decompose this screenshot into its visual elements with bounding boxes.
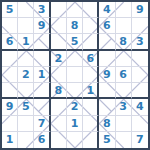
cell-r6c2[interactable]	[18, 83, 34, 99]
cell-r2c2[interactable]	[18, 18, 34, 34]
cell-r2c9[interactable]	[132, 18, 148, 34]
cell-r8c7[interactable]: 8	[99, 116, 115, 132]
cell-r6c6[interactable]: 1	[83, 83, 99, 99]
cell-r8c3[interactable]: 7	[34, 116, 50, 132]
cell-r8c1[interactable]	[2, 116, 18, 132]
cell-r9c9[interactable]: 7	[132, 132, 148, 148]
cell-r9c3[interactable]: 6	[34, 132, 50, 148]
cell-r4c7[interactable]	[99, 51, 115, 67]
cell-r4c6[interactable]: 6	[83, 51, 99, 67]
cell-r8c9[interactable]	[132, 116, 148, 132]
cell-r9c7[interactable]: 5	[99, 132, 115, 148]
cell-r1c8[interactable]	[116, 2, 132, 18]
cell-r7c9[interactable]: 4	[132, 99, 148, 115]
cell-r3c6[interactable]	[83, 34, 99, 50]
cell-r8c8[interactable]	[116, 116, 132, 132]
cell-r1c1[interactable]: 5	[2, 2, 18, 18]
cell-r2c5[interactable]: 8	[67, 18, 83, 34]
cell-r4c4[interactable]: 2	[51, 51, 67, 67]
cell-r2c3[interactable]: 9	[34, 18, 50, 34]
cell-r3c7[interactable]	[99, 34, 115, 50]
cell-r1c7[interactable]: 4	[99, 2, 115, 18]
cell-r9c5[interactable]	[67, 132, 83, 148]
cell-r2c1[interactable]	[2, 18, 18, 34]
cell-r7c7[interactable]	[99, 99, 115, 115]
cell-r2c6[interactable]	[83, 18, 99, 34]
cell-r5c7[interactable]: 9	[99, 67, 115, 83]
cell-r4c8[interactable]	[116, 51, 132, 67]
cell-r8c5[interactable]: 1	[67, 116, 83, 132]
cell-r3c3[interactable]	[34, 34, 50, 50]
cell-r8c6[interactable]	[83, 116, 99, 132]
cell-r3c8[interactable]: 8	[116, 34, 132, 50]
cell-r4c1[interactable]	[2, 51, 18, 67]
cell-r5c3[interactable]: 1	[34, 67, 50, 83]
cell-r7c1[interactable]: 9	[2, 99, 18, 115]
cell-r6c9[interactable]	[132, 83, 148, 99]
cell-r8c4[interactable]	[51, 116, 67, 132]
cell-r1c9[interactable]: 9	[132, 2, 148, 18]
cell-r4c2[interactable]	[18, 51, 34, 67]
cell-r5c9[interactable]	[132, 67, 148, 83]
cell-r5c1[interactable]	[2, 67, 18, 83]
cell-r5c2[interactable]: 2	[18, 67, 34, 83]
cell-r7c6[interactable]	[83, 99, 99, 115]
cell-r1c6[interactable]	[83, 2, 99, 18]
cell-r9c2[interactable]	[18, 132, 34, 148]
cell-r6c5[interactable]	[67, 83, 83, 99]
cell-r9c6[interactable]	[83, 132, 99, 148]
cell-r4c3[interactable]	[34, 51, 50, 67]
sudoku-board: 53499866158326219681952347181657	[0, 0, 150, 150]
cell-r6c7[interactable]	[99, 83, 115, 99]
cell-r1c4[interactable]	[51, 2, 67, 18]
cell-r1c3[interactable]: 3	[34, 2, 50, 18]
cell-r6c1[interactable]	[2, 83, 18, 99]
cell-r3c1[interactable]: 6	[2, 34, 18, 50]
cell-r5c8[interactable]: 6	[116, 67, 132, 83]
cell-r3c9[interactable]: 3	[132, 34, 148, 50]
cell-r9c4[interactable]	[51, 132, 67, 148]
cell-r5c6[interactable]	[83, 67, 99, 83]
cell-r2c7[interactable]: 6	[99, 18, 115, 34]
cell-r1c5[interactable]	[67, 2, 83, 18]
cell-r3c2[interactable]: 1	[18, 34, 34, 50]
cell-r2c4[interactable]	[51, 18, 67, 34]
cell-r2c8[interactable]	[116, 18, 132, 34]
cell-r4c5[interactable]	[67, 51, 83, 67]
cell-r9c8[interactable]	[116, 132, 132, 148]
cell-r5c4[interactable]	[51, 67, 67, 83]
cell-r7c3[interactable]	[34, 99, 50, 115]
sudoku-grid: 53499866158326219681952347181657	[2, 2, 148, 148]
cell-r8c2[interactable]	[18, 116, 34, 132]
cell-r9c1[interactable]: 1	[2, 132, 18, 148]
cell-r7c2[interactable]: 5	[18, 99, 34, 115]
cell-r1c2[interactable]	[18, 2, 34, 18]
cell-r6c4[interactable]: 8	[51, 83, 67, 99]
cell-r7c5[interactable]: 2	[67, 99, 83, 115]
cell-r7c8[interactable]: 3	[116, 99, 132, 115]
cell-r4c9[interactable]	[132, 51, 148, 67]
cell-r3c4[interactable]	[51, 34, 67, 50]
cell-r6c8[interactable]	[116, 83, 132, 99]
cell-r7c4[interactable]	[51, 99, 67, 115]
cell-r3c5[interactable]: 5	[67, 34, 83, 50]
cell-r5c5[interactable]	[67, 67, 83, 83]
cell-r6c3[interactable]	[34, 83, 50, 99]
